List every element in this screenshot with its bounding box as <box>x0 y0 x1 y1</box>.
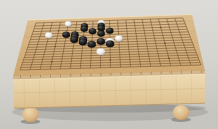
goban <box>13 15 205 109</box>
white-stone <box>65 21 72 26</box>
white-stone <box>96 48 105 55</box>
black-stone <box>98 25 105 31</box>
black-stone <box>81 26 88 32</box>
black-stone <box>62 32 69 38</box>
black-stone <box>97 38 105 44</box>
black-stone <box>106 28 113 34</box>
black-stone <box>79 39 87 45</box>
go-board-photo <box>0 0 218 129</box>
left-bun-foot <box>22 107 38 123</box>
black-stone <box>89 28 96 34</box>
black-stone <box>106 40 114 47</box>
black-stone <box>88 41 96 48</box>
goban-photo-rendering <box>0 0 218 129</box>
black-stone <box>70 37 78 43</box>
white-stone <box>115 35 123 41</box>
white-stone <box>45 32 52 38</box>
black-stone <box>97 31 104 37</box>
right-bun-foot <box>173 105 189 120</box>
